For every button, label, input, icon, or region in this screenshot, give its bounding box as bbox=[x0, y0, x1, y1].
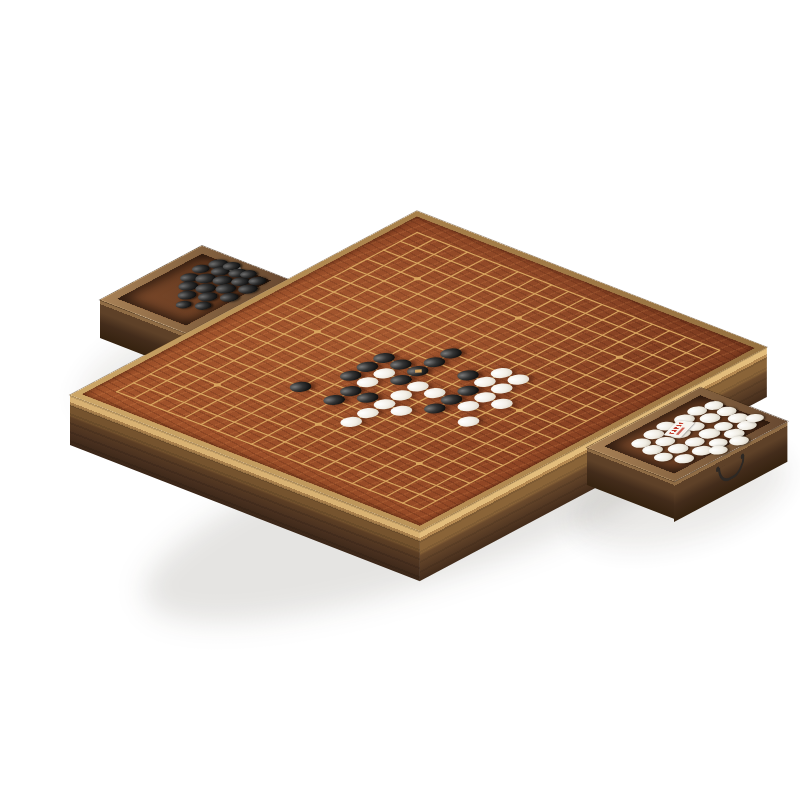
drawer-handle bbox=[715, 452, 744, 492]
drawer-stone-black bbox=[172, 299, 195, 309]
drawer-stone-black bbox=[191, 300, 215, 311]
scene bbox=[0, 0, 800, 800]
